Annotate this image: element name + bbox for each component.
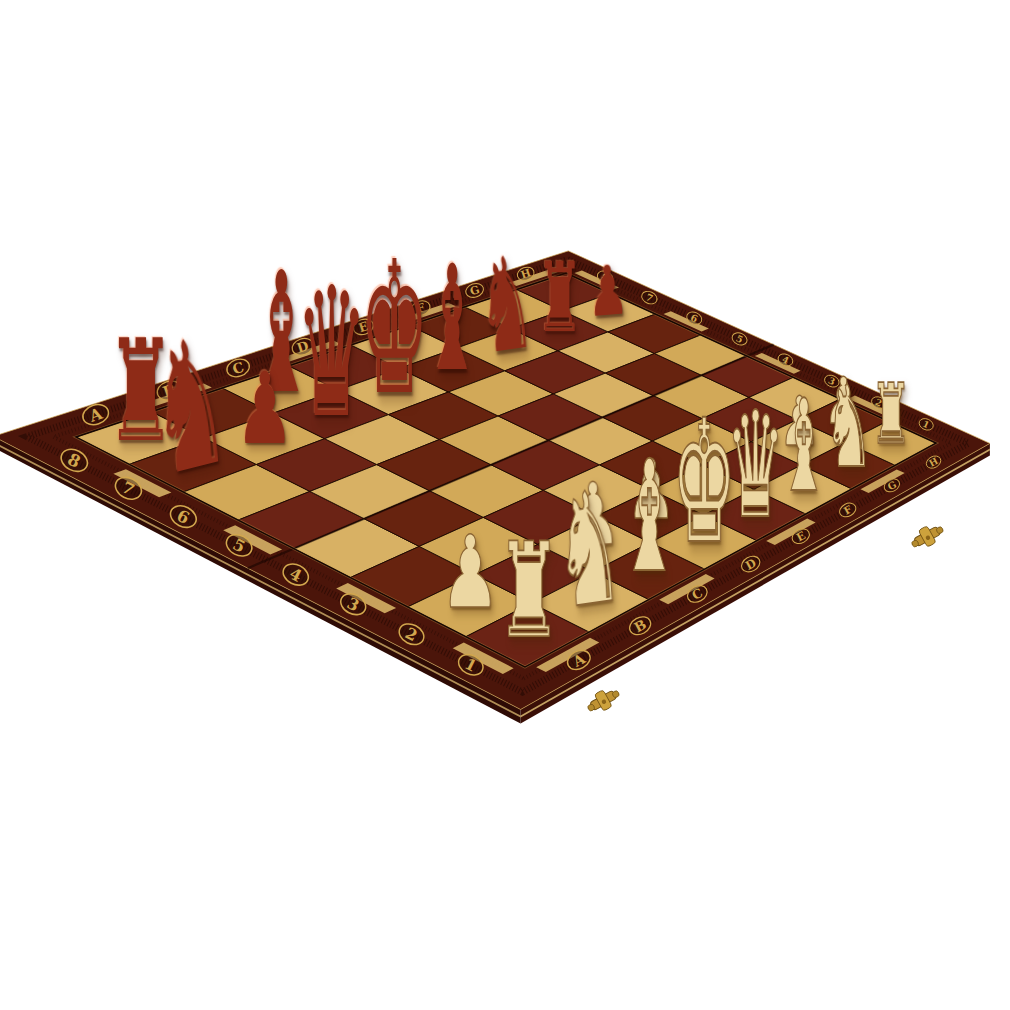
- product-photo-chess-set: AABBCCDDEEFFGGHH1122334455667788 ♜♝♞♟♛♚♝…: [0, 0, 1010, 1010]
- brass-latch-left: [584, 684, 623, 717]
- chess-board: AABBCCDDEEFFGGHH1122334455667788: [0, 0, 1010, 1010]
- brass-latch-right: [908, 520, 947, 553]
